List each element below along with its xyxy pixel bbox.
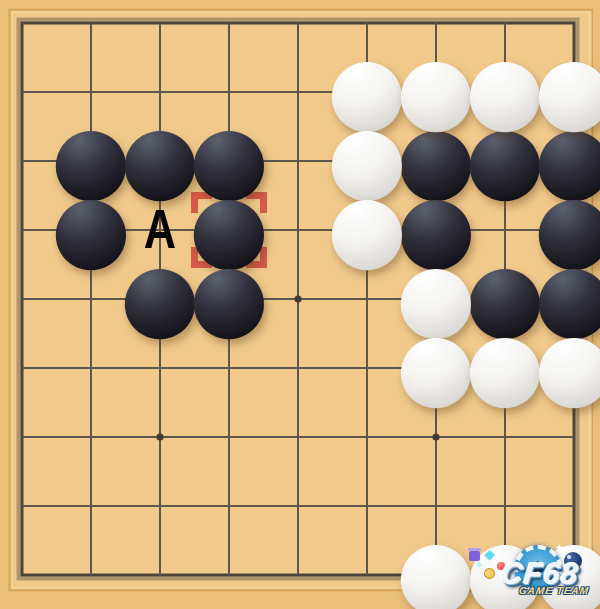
white-stone[interactable]: ●: [540, 58, 600, 127]
go-board[interactable]: ●●●●●●●●●●●●●●●●●●●●●●●●●●●A: [0, 0, 600, 609]
watermark-subtitle: GAME TEAM: [509, 586, 598, 596]
black-stone[interactable]: ●: [57, 196, 126, 265]
white-stone[interactable]: ●: [540, 334, 600, 403]
white-stone[interactable]: ●: [402, 58, 471, 127]
cf68-watermark: ♠ ◆ ◆ ✦ ✦ CF68 GAME TEAM: [462, 540, 600, 609]
black-stone[interactable]: ●: [126, 265, 195, 334]
black-stone[interactable]: ●: [126, 127, 195, 196]
white-stone[interactable]: ●: [402, 334, 471, 403]
diamond-icon: ◆: [475, 560, 482, 569]
black-stone[interactable]: ●: [195, 265, 264, 334]
white-stone[interactable]: ●: [471, 58, 540, 127]
gift-icon: [469, 551, 480, 561]
white-stone[interactable]: ●: [402, 541, 471, 609]
white-stone[interactable]: ●: [471, 334, 540, 403]
sparkle-icon: ✦: [555, 543, 563, 553]
go-board-screenshot: ●●●●●●●●●●●●●●●●●●●●●●●●●●●A ♠ ◆ ◆ ✦ ✦ C…: [0, 0, 600, 609]
white-stone[interactable]: ●: [333, 196, 402, 265]
point-label-A[interactable]: A: [126, 196, 195, 265]
